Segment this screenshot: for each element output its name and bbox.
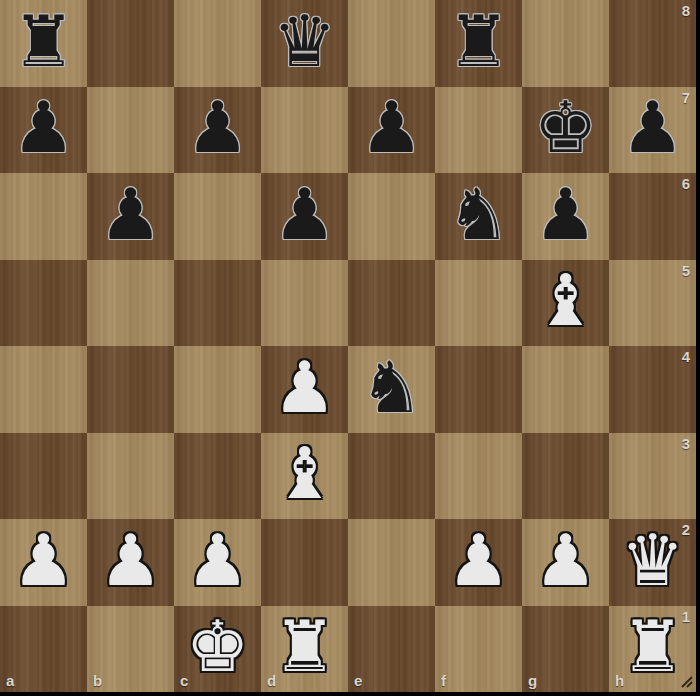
black-knight[interactable]: ♞: [435, 173, 522, 258]
white-pawn[interactable]: ♟: [261, 346, 348, 431]
rank-label-3: 3: [682, 435, 690, 452]
square-g8[interactable]: [522, 0, 609, 87]
square-d8[interactable]: ♛: [261, 0, 348, 87]
black-rook[interactable]: ♜: [0, 0, 87, 85]
black-queen[interactable]: ♛: [261, 0, 348, 85]
board-stage: ♜♛♜8♟♟♟♚♟7♟♟♞♟6♝5♟♞4♝3♟♟♟♟♟♛2ab♚c♜defg♜h…: [0, 0, 700, 696]
file-label-b: b: [93, 672, 102, 689]
chess-board: ♜♛♜8♟♟♟♚♟7♟♟♞♟6♝5♟♞4♝3♟♟♟♟♟♛2ab♚c♜defg♜h…: [0, 0, 696, 692]
square-c8[interactable]: [174, 0, 261, 87]
file-label-a: a: [6, 672, 14, 689]
white-queen[interactable]: ♛: [609, 519, 696, 604]
white-pawn[interactable]: ♟: [87, 519, 174, 604]
square-e7[interactable]: ♟: [348, 87, 435, 174]
square-b1[interactable]: b: [87, 606, 174, 693]
square-h2[interactable]: ♛2: [609, 519, 696, 606]
rank-label-5: 5: [682, 262, 690, 279]
black-knight[interactable]: ♞: [348, 346, 435, 431]
square-a8[interactable]: ♜: [0, 0, 87, 87]
square-h4[interactable]: 4: [609, 346, 696, 433]
white-pawn[interactable]: ♟: [0, 519, 87, 604]
square-h6[interactable]: 6: [609, 173, 696, 260]
square-c6[interactable]: [174, 173, 261, 260]
black-pawn[interactable]: ♟: [174, 87, 261, 172]
square-a7[interactable]: ♟: [0, 87, 87, 174]
square-d7[interactable]: [261, 87, 348, 174]
square-f2[interactable]: ♟: [435, 519, 522, 606]
square-f4[interactable]: [435, 346, 522, 433]
square-f6[interactable]: ♞: [435, 173, 522, 260]
square-e6[interactable]: [348, 173, 435, 260]
square-d4[interactable]: ♟: [261, 346, 348, 433]
square-e8[interactable]: [348, 0, 435, 87]
square-c4[interactable]: [174, 346, 261, 433]
black-pawn[interactable]: ♟: [348, 87, 435, 172]
white-pawn[interactable]: ♟: [435, 519, 522, 604]
square-d6[interactable]: ♟: [261, 173, 348, 260]
square-e5[interactable]: [348, 260, 435, 347]
square-g5[interactable]: ♝: [522, 260, 609, 347]
square-h3[interactable]: 3: [609, 433, 696, 520]
square-d2[interactable]: [261, 519, 348, 606]
white-king[interactable]: ♚: [174, 606, 261, 691]
square-g7[interactable]: ♚: [522, 87, 609, 174]
black-pawn[interactable]: ♟: [609, 87, 696, 172]
rank-label-4: 4: [682, 348, 690, 365]
white-rook[interactable]: ♜: [261, 606, 348, 691]
square-e4[interactable]: ♞: [348, 346, 435, 433]
square-b5[interactable]: [87, 260, 174, 347]
black-pawn[interactable]: ♟: [0, 87, 87, 172]
white-bishop[interactable]: ♝: [522, 260, 609, 345]
white-bishop[interactable]: ♝: [261, 433, 348, 518]
white-pawn[interactable]: ♟: [174, 519, 261, 604]
square-b7[interactable]: [87, 87, 174, 174]
square-a1[interactable]: a: [0, 606, 87, 693]
square-b2[interactable]: ♟: [87, 519, 174, 606]
square-e2[interactable]: [348, 519, 435, 606]
file-label-g: g: [528, 672, 537, 689]
square-a2[interactable]: ♟: [0, 519, 87, 606]
square-f7[interactable]: [435, 87, 522, 174]
board-resize-handle[interactable]: [680, 675, 693, 688]
square-a4[interactable]: [0, 346, 87, 433]
square-f5[interactable]: [435, 260, 522, 347]
rank-label-8: 8: [682, 2, 690, 19]
square-c5[interactable]: [174, 260, 261, 347]
square-a5[interactable]: [0, 260, 87, 347]
square-d3[interactable]: ♝: [261, 433, 348, 520]
square-c1[interactable]: ♚c: [174, 606, 261, 693]
square-a6[interactable]: [0, 173, 87, 260]
black-king[interactable]: ♚: [522, 87, 609, 172]
square-c2[interactable]: ♟: [174, 519, 261, 606]
black-pawn[interactable]: ♟: [87, 173, 174, 258]
black-pawn[interactable]: ♟: [522, 173, 609, 258]
square-h7[interactable]: ♟7: [609, 87, 696, 174]
square-h8[interactable]: 8: [609, 0, 696, 87]
white-pawn[interactable]: ♟: [522, 519, 609, 604]
square-g6[interactable]: ♟: [522, 173, 609, 260]
square-g2[interactable]: ♟: [522, 519, 609, 606]
square-d5[interactable]: [261, 260, 348, 347]
square-g3[interactable]: [522, 433, 609, 520]
square-b8[interactable]: [87, 0, 174, 87]
square-f8[interactable]: ♜: [435, 0, 522, 87]
square-g4[interactable]: [522, 346, 609, 433]
square-c3[interactable]: [174, 433, 261, 520]
black-pawn[interactable]: ♟: [261, 173, 348, 258]
square-e3[interactable]: [348, 433, 435, 520]
square-g1[interactable]: g: [522, 606, 609, 693]
square-f1[interactable]: f: [435, 606, 522, 693]
square-e1[interactable]: e: [348, 606, 435, 693]
square-c7[interactable]: ♟: [174, 87, 261, 174]
square-b3[interactable]: [87, 433, 174, 520]
black-rook[interactable]: ♜: [435, 0, 522, 85]
file-label-f: f: [441, 672, 446, 689]
square-d1[interactable]: ♜d: [261, 606, 348, 693]
square-b4[interactable]: [87, 346, 174, 433]
file-label-e: e: [354, 672, 362, 689]
rank-label-6: 6: [682, 175, 690, 192]
square-f3[interactable]: [435, 433, 522, 520]
square-a3[interactable]: [0, 433, 87, 520]
square-h5[interactable]: 5: [609, 260, 696, 347]
square-b6[interactable]: ♟: [87, 173, 174, 260]
